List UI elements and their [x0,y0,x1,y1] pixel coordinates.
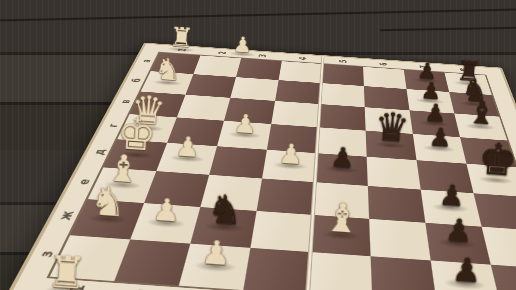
black-pawn-icon: ♟ [444,214,473,246]
white-pawn-icon: ♟ [233,34,253,56]
black-pawn-icon: ♟ [438,180,466,210]
square-f6[interactable] [368,186,426,223]
black-king-icon: ♚ [477,137,516,183]
white-knight-icon: ♞ [154,53,183,85]
coord-label-top-4: 4 [297,57,308,61]
square-e3[interactable] [209,146,267,178]
white-bishop-icon: ♝ [323,197,361,239]
black-bishop-icon: ♝ [467,96,497,129]
coord-label-left-ж: ж [56,210,76,220]
square-h4[interactable] [243,248,310,290]
coord-label-top-5: 5 [338,59,349,63]
square-c5[interactable] [318,104,365,131]
coord-label-left-в: в [118,99,132,104]
chess-board: 1234567812345678абвгдежз♟♜♞♟♞♝♟♛♟♛♟♚♟♟♟♚… [5,43,516,290]
coord-label-left-б: б [130,78,143,82]
black-pawn-icon: ♟ [451,253,482,288]
white-pawn-icon: ♟ [278,140,304,169]
square-g6[interactable] [369,219,431,261]
white-pawn-icon: ♟ [175,133,201,162]
white-pawn-icon: ♟ [201,236,232,271]
coord-label-top-3: 3 [257,54,268,58]
white-pawn-icon: ♟ [152,194,181,226]
coord-label-left-е: е [75,178,92,185]
black-pawn-icon: ♟ [330,143,356,172]
square-g4[interactable] [250,211,312,252]
coord-label-left-а: а [140,59,152,63]
square-c4[interactable] [271,101,320,127]
square-h5[interactable] [308,252,372,290]
square-e6[interactable] [367,157,421,190]
black-pawn-icon: ♟ [428,124,452,151]
coord-label-top-6: 6 [378,62,389,66]
coord-label-left-д: д [91,149,107,156]
white-pawn-icon: ♟ [233,110,257,137]
white-knight-icon: ♞ [89,180,127,222]
coord-label-top-2: 2 [216,51,228,55]
black-queen-icon: ♛ [373,107,411,148]
square-h6[interactable] [371,256,437,290]
white-rook-icon: ♜ [169,23,195,51]
square-f4[interactable] [257,178,315,214]
square-c2[interactable] [177,95,230,121]
board-perspective-wrapper: 1234567812345678абвгдежз♟♜♞♟♞♝♟♛♟♛♟♚♟♟♟♚… [77,0,516,290]
white-rook-icon: ♜ [46,249,88,290]
black-knight-icon: ♞ [206,188,244,230]
